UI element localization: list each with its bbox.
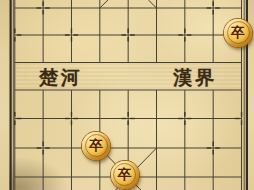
river-label-left: 楚河 bbox=[39, 66, 83, 90]
xiangqi-board[interactable]: 楚河 漢界 卒卒卒 bbox=[0, 0, 254, 190]
piece-black-soldier[interactable]: 卒 bbox=[224, 19, 252, 47]
piece-black-soldier[interactable]: 卒 bbox=[111, 161, 139, 189]
piece-black-soldier[interactable]: 卒 bbox=[82, 132, 110, 160]
river-label-right: 漢界 bbox=[173, 66, 217, 90]
piece-character: 卒 bbox=[89, 138, 103, 152]
piece-character: 卒 bbox=[118, 167, 132, 181]
piece-character: 卒 bbox=[231, 25, 245, 39]
